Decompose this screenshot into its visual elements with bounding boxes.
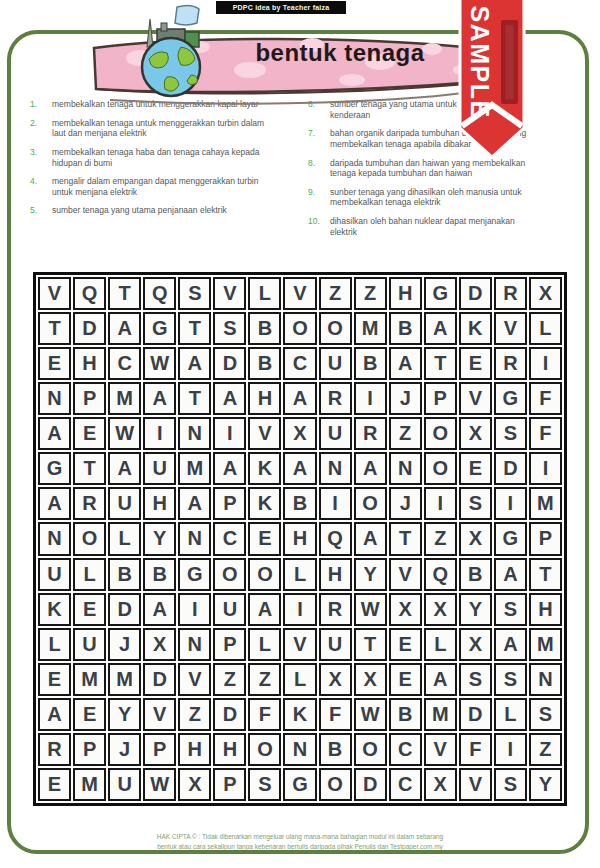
grid-cell: T <box>354 628 387 661</box>
grid-cell: O <box>248 558 281 591</box>
grid-cell: X <box>424 593 457 626</box>
grid-cell: N <box>319 452 352 485</box>
grid-cell: A <box>38 698 71 731</box>
grid-cell: B <box>389 312 422 345</box>
grid-cell: A <box>38 417 71 450</box>
grid-cell: W <box>108 417 141 450</box>
grid-cell: Q <box>319 522 352 555</box>
word-search-grid: VQTQSVLVZZHGDRXTDAGTSBOOMBAKVLEHCWADBCUB… <box>33 272 567 806</box>
clue-text: sumber tenaga yang utama penjanaan elekt… <box>52 205 227 216</box>
grid-cell: L <box>38 628 71 661</box>
grid-cell: I <box>319 487 352 520</box>
grid-cell: C <box>213 522 246 555</box>
clue-item: 4.mengalir dalam empangan dapat menggera… <box>30 176 294 197</box>
grid-cell: P <box>213 628 246 661</box>
grid-cell: C <box>389 733 422 766</box>
grid-cell: P <box>213 487 246 520</box>
grid-cell: Z <box>319 277 352 310</box>
grid-cell: O <box>354 487 387 520</box>
clue-number: 5. <box>30 205 46 216</box>
grid-cell: A <box>178 487 211 520</box>
credit-bar: PDPC idea by Teacher faiza <box>216 1 346 14</box>
clue-number: 3. <box>30 147 46 168</box>
grid-cell: B <box>459 558 492 591</box>
grid-cell: Q <box>143 277 176 310</box>
grid-cell: A <box>354 522 387 555</box>
grid-cell: O <box>319 312 352 345</box>
grid-cell: U <box>108 487 141 520</box>
grid-cell: S <box>529 698 562 731</box>
grid-cell: B <box>319 733 352 766</box>
grid-cell: M <box>178 452 211 485</box>
grid-cell: W <box>354 593 387 626</box>
grid-cell: C <box>108 347 141 380</box>
grid-cell: S <box>248 768 281 801</box>
grid-cell: B <box>354 347 387 380</box>
grid-cell: A <box>283 382 316 415</box>
clue-number: 7. <box>308 128 324 149</box>
sample-label: SAMPLE <box>465 0 495 124</box>
grid-cell: J <box>389 382 422 415</box>
grid-cell: O <box>248 733 281 766</box>
grid-cell: X <box>459 417 492 450</box>
grid-cell: T <box>389 522 422 555</box>
grid-cell: T <box>529 558 562 591</box>
grid-cell: P <box>213 768 246 801</box>
grid-cell: K <box>248 452 281 485</box>
grid-cell: G <box>494 522 527 555</box>
grid-cell: C <box>283 347 316 380</box>
grid-cell: T <box>73 452 106 485</box>
grid-cell: Y <box>529 768 562 801</box>
clue-text: membekalkan tenaga untuk menggerakkan tu… <box>52 118 266 139</box>
grid-cell: K <box>459 312 492 345</box>
grid-cell: L <box>73 558 106 591</box>
grid-cell: S <box>494 593 527 626</box>
clue-number: 10. <box>308 216 324 237</box>
footer-copyright: HAK CIPTA © : Tidak dibenarkan mengeluar… <box>0 832 600 852</box>
grid-cell: V <box>424 733 457 766</box>
grid-cell: F <box>248 698 281 731</box>
clue-number: 9. <box>308 187 324 208</box>
grid-cell: T <box>38 312 71 345</box>
grid-cell: J <box>389 487 422 520</box>
grid-cell: D <box>108 593 141 626</box>
grid-cell: B <box>283 487 316 520</box>
grid-cell: M <box>354 312 387 345</box>
grid-cell: X <box>354 663 387 696</box>
grid-cell: A <box>283 452 316 485</box>
grid-cell: G <box>494 382 527 415</box>
grid-cell: H <box>213 733 246 766</box>
grid-cell: E <box>248 522 281 555</box>
grid-cell: B <box>248 347 281 380</box>
grid-cell: M <box>73 768 106 801</box>
grid-cell: U <box>73 628 106 661</box>
grid-cell: V <box>389 558 422 591</box>
clue-text: dihasilkan oleh bahan nuklear dapat menj… <box>330 216 544 237</box>
grid-cell: S <box>459 487 492 520</box>
grid-cell: U <box>38 558 71 591</box>
grid-cell: W <box>143 347 176 380</box>
grid-cell: D <box>354 768 387 801</box>
grid-cell: V <box>213 277 246 310</box>
grid-cell: L <box>248 277 281 310</box>
grid-cell: J <box>108 628 141 661</box>
grid-cell: R <box>319 382 352 415</box>
clue-number: 1. <box>30 99 46 110</box>
clue-item: 5.sumber tenaga yang utama penjanaan ele… <box>30 205 294 216</box>
grid-cell: F <box>529 417 562 450</box>
grid-cell: A <box>213 382 246 415</box>
clue-number: 2. <box>30 118 46 139</box>
grid-cell: H <box>248 382 281 415</box>
grid-cell: P <box>143 733 176 766</box>
grid-cell: W <box>143 768 176 801</box>
grid-cell: O <box>319 768 352 801</box>
grid-cell: V <box>283 277 316 310</box>
grid-cell: L <box>108 522 141 555</box>
grid-cell: N <box>38 382 71 415</box>
grid-cell: U <box>213 593 246 626</box>
grid-cell: G <box>178 558 211 591</box>
grid-cell: A <box>494 628 527 661</box>
grid-cell: H <box>529 593 562 626</box>
grid-cell: Z <box>213 663 246 696</box>
grid-cell: K <box>38 593 71 626</box>
grid-cell: S <box>178 277 211 310</box>
grid-cell: X <box>389 593 422 626</box>
grid-cell: L <box>494 698 527 731</box>
grid-cell: E <box>38 663 71 696</box>
grid-cell: D <box>494 452 527 485</box>
grid-cell: N <box>178 628 211 661</box>
grid-cell: T <box>178 312 211 345</box>
grid-cell: A <box>494 558 527 591</box>
grid-cell: G <box>283 768 316 801</box>
grid-cell: Y <box>459 593 492 626</box>
grid-cell: M <box>108 382 141 415</box>
grid-cell: I <box>283 593 316 626</box>
grid-cell: V <box>38 277 71 310</box>
grid-cell: B <box>108 558 141 591</box>
grid-cell: A <box>108 452 141 485</box>
grid-cell: I <box>529 452 562 485</box>
grid-cell: R <box>319 593 352 626</box>
grid-cell: C <box>389 768 422 801</box>
grid-cell: V <box>494 312 527 345</box>
grid-cell: H <box>319 558 352 591</box>
grid-cell: A <box>178 347 211 380</box>
grid-cell: R <box>73 487 106 520</box>
grid-cell: A <box>424 663 457 696</box>
grid-cell: S <box>494 663 527 696</box>
grid-cell: P <box>529 522 562 555</box>
grid-cell: P <box>73 733 106 766</box>
grid-cell: E <box>73 698 106 731</box>
grid-cell: V <box>178 663 211 696</box>
clue-number: 4. <box>30 176 46 197</box>
grid-cell: Q <box>424 558 457 591</box>
grid-cell: B <box>143 558 176 591</box>
clue-item: 7.bahan organik daripada tumbuhan dan ha… <box>308 128 572 149</box>
grid-cell: U <box>319 628 352 661</box>
grid-cell: Y <box>143 522 176 555</box>
grid-cell: I <box>143 417 176 450</box>
grid-cell: L <box>529 312 562 345</box>
grid-cell: D <box>143 663 176 696</box>
grid-cell: V <box>459 382 492 415</box>
clue-number: 8. <box>308 158 324 179</box>
grid-cell: V <box>143 698 176 731</box>
page-title: bentuk tenaga <box>225 39 455 67</box>
grid-cell: I <box>494 733 527 766</box>
grid-cell: R <box>354 417 387 450</box>
grid-cell: E <box>38 347 71 380</box>
clue-item: 3.membekalkan tenaga haba dan tenaga cah… <box>30 147 294 168</box>
grid-cell: A <box>389 347 422 380</box>
grid-cell: X <box>143 628 176 661</box>
clue-item: 9.sunber tenaga yang dihasilkan oleh man… <box>308 187 572 208</box>
clue-text: mengalir dalam empangan dapat menggerakk… <box>52 176 266 197</box>
grid-cell: S <box>213 312 246 345</box>
grid-cell: F <box>319 698 352 731</box>
grid-cell: Y <box>354 558 387 591</box>
grid-cell: T <box>108 277 141 310</box>
earth-illustration <box>133 3 211 101</box>
grid-cell: A <box>213 452 246 485</box>
grid-cell: T <box>424 347 457 380</box>
grid-cell: U <box>319 347 352 380</box>
grid-cell: I <box>354 382 387 415</box>
grid-cell: A <box>424 312 457 345</box>
grid-cell: S <box>459 663 492 696</box>
grid-cell: S <box>494 768 527 801</box>
grid-cell: U <box>143 452 176 485</box>
grid-cell: X <box>459 522 492 555</box>
grid-cell: N <box>529 663 562 696</box>
grid-cell: H <box>389 277 422 310</box>
grid-cell: R <box>494 347 527 380</box>
grid-cell: L <box>424 628 457 661</box>
grid-cell: A <box>143 382 176 415</box>
footer-line2: bentuk atau cara sekalipun tanpa kebenar… <box>0 842 600 852</box>
grid-cell: D <box>459 277 492 310</box>
grid-cell: N <box>283 733 316 766</box>
grid-cell: F <box>459 733 492 766</box>
grid-cell: S <box>494 417 527 450</box>
grid-cell: D <box>459 698 492 731</box>
grid-cell: H <box>283 522 316 555</box>
grid-cell: O <box>354 733 387 766</box>
grid-cell: V <box>459 768 492 801</box>
grid-cell: A <box>248 593 281 626</box>
grid-cell: O <box>73 522 106 555</box>
grid-cell: V <box>283 628 316 661</box>
grid-cell: X <box>459 628 492 661</box>
grid-cell: A <box>354 452 387 485</box>
grid-cell: K <box>248 487 281 520</box>
grid-cell: E <box>459 347 492 380</box>
grid-cell: A <box>38 487 71 520</box>
clue-text: membekalkan tenaga haba dan tenaga cahay… <box>52 147 266 168</box>
grid-cell: U <box>319 417 352 450</box>
grid-cell: O <box>283 312 316 345</box>
grid-cell: I <box>213 417 246 450</box>
clue-text: sunber tenaga yang dihasilkan oleh manus… <box>330 187 544 208</box>
grid-cell: A <box>143 593 176 626</box>
grid-cell: I <box>424 487 457 520</box>
grid-cell: O <box>424 452 457 485</box>
grid-cell: Z <box>529 733 562 766</box>
grid-cell: F <box>529 382 562 415</box>
clue-item: 2.membekalkan tenaga untuk menggerakkan … <box>30 118 294 139</box>
grid-cell: L <box>283 663 316 696</box>
grid-cell: Z <box>389 417 422 450</box>
grid-cell: T <box>178 382 211 415</box>
grid-cell: Z <box>424 522 457 555</box>
grid-cell: Z <box>354 277 387 310</box>
clue-item: 10.dihasilkan oleh bahan nuklear dapat m… <box>308 216 572 237</box>
grid-cell: P <box>424 382 457 415</box>
grid-cell: X <box>283 417 316 450</box>
grid-cell: K <box>283 698 316 731</box>
grid-cell: N <box>389 452 422 485</box>
grid-cell: G <box>424 277 457 310</box>
grid-cell: E <box>459 452 492 485</box>
grid-cell: O <box>424 417 457 450</box>
clue-item: 8.daripada tumbuhan dan haiwan yang memb… <box>308 158 572 179</box>
grid-cell: U <box>108 768 141 801</box>
sample-ribbon: SAMPLE <box>455 0 529 164</box>
grid-cell: M <box>529 628 562 661</box>
grid-cell: N <box>178 417 211 450</box>
grid-cell: D <box>213 698 246 731</box>
grid-cell: E <box>38 768 71 801</box>
grid-cell: E <box>389 663 422 696</box>
grid-cell: N <box>178 522 211 555</box>
grid-cell: D <box>213 347 246 380</box>
clues-column-right: 6.sumber tenaga yang utama untuk mengger… <box>308 99 572 245</box>
grid-cell: X <box>529 277 562 310</box>
grid-cell: X <box>319 663 352 696</box>
grid-cell: L <box>248 628 281 661</box>
grid-cell: W <box>354 698 387 731</box>
grid-cell: E <box>389 628 422 661</box>
grid-cell: A <box>108 312 141 345</box>
grid-cell: N <box>38 522 71 555</box>
grid-cell: B <box>389 698 422 731</box>
grid-cell: V <box>248 417 281 450</box>
grid-cell: Y <box>108 698 141 731</box>
grid-cell: H <box>73 347 106 380</box>
footer-line1: HAK CIPTA © : Tidak dibenarkan mengeluar… <box>0 832 600 842</box>
grid-cell: Z <box>248 663 281 696</box>
grid-cell: X <box>424 768 457 801</box>
grid-cell: M <box>529 487 562 520</box>
grid-cell: L <box>283 558 316 591</box>
grid-cell: E <box>73 417 106 450</box>
grid-cell: D <box>73 312 106 345</box>
grid-cell: M <box>73 663 106 696</box>
grid-cell: G <box>143 312 176 345</box>
grid-cell: H <box>178 733 211 766</box>
grid-cell: R <box>494 277 527 310</box>
grid-cell: G <box>38 452 71 485</box>
grid-cell: R <box>38 733 71 766</box>
grid-cell: M <box>108 663 141 696</box>
grid-cell: I <box>529 347 562 380</box>
grid-cell: Z <box>178 698 211 731</box>
grid-cell: O <box>213 558 246 591</box>
grid-cell: M <box>424 698 457 731</box>
grid-cell: P <box>73 382 106 415</box>
grid-cell: Q <box>73 277 106 310</box>
grid-cell: I <box>178 593 211 626</box>
grid-cell: B <box>248 312 281 345</box>
grid-cell: H <box>143 487 176 520</box>
grid-cell: J <box>108 733 141 766</box>
clues-column-left: 1.membekalkan tenaga untuk menggerakkan … <box>30 99 294 245</box>
grid-cell: X <box>178 768 211 801</box>
grid-cell: E <box>73 593 106 626</box>
grid-cell: I <box>494 487 527 520</box>
